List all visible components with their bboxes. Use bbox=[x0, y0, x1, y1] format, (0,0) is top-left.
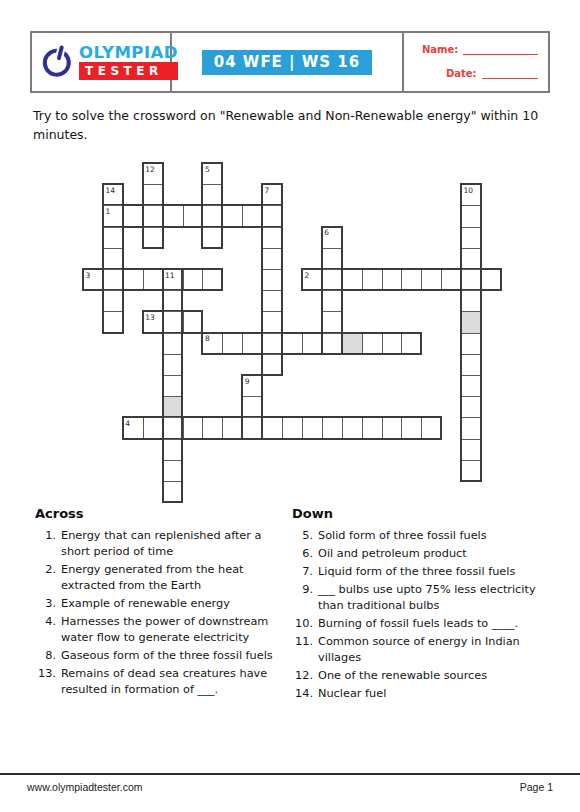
clue-number-11: 11 bbox=[165, 272, 175, 280]
cell-divider bbox=[203, 227, 221, 228]
down-clue-5: 5.Solid form of three fossil fuels bbox=[292, 528, 560, 544]
cell-divider bbox=[362, 334, 363, 353]
cell-divider bbox=[164, 290, 182, 291]
cell-divider bbox=[104, 205, 122, 206]
cell-divider bbox=[462, 396, 480, 397]
cell-divider bbox=[243, 417, 261, 418]
logo-text: OLYMPIAD TESTER bbox=[79, 44, 178, 80]
down-clue-7: 7.Liquid form of the three fossil fuels bbox=[292, 564, 560, 580]
cell-divider bbox=[462, 439, 480, 440]
cell-divider bbox=[144, 205, 162, 206]
header: OLYMPIAD TESTER 04 WFE | WS 16 Name: Dat… bbox=[30, 31, 550, 93]
clue-number-label: 14. bbox=[292, 686, 313, 702]
clue-number-label: 11. bbox=[292, 634, 313, 666]
cell-divider bbox=[263, 227, 281, 228]
cell-divider bbox=[462, 460, 480, 461]
clue-number-2: 2 bbox=[304, 272, 309, 280]
cell-divider bbox=[323, 311, 341, 312]
clue-text: Liquid form of the three fossil fuels bbox=[318, 564, 560, 580]
clue-text: Energy that can replenished after a shor… bbox=[61, 528, 289, 560]
clue-number-7: 7 bbox=[265, 187, 270, 195]
cell-divider bbox=[462, 311, 480, 312]
down-list: 5.Solid form of three fossil fuels6.Oil … bbox=[292, 528, 560, 702]
cell-divider bbox=[462, 205, 480, 206]
date-row: Date: bbox=[404, 68, 538, 79]
cell-divider bbox=[323, 248, 341, 249]
cell-divider bbox=[183, 206, 184, 225]
date-label: Date: bbox=[446, 68, 477, 79]
cell-divider bbox=[144, 184, 162, 185]
clue-text: Solid form of three fossil fuels bbox=[318, 528, 560, 544]
cell-divider bbox=[164, 333, 182, 334]
clue-number-label: 7. bbox=[292, 564, 313, 580]
clue-text: Oil and petroleum product bbox=[318, 546, 560, 562]
clue-number-3: 3 bbox=[86, 272, 91, 280]
clue-text: Example of renewable energy bbox=[61, 596, 289, 612]
word-8-across[interactable] bbox=[201, 332, 422, 355]
cell-divider bbox=[263, 269, 281, 270]
down-clue-11: 11.Common source of energy in Indian vil… bbox=[292, 634, 560, 666]
cell-divider bbox=[302, 418, 303, 437]
clue-number-10: 10 bbox=[464, 187, 474, 195]
crossword-grid[interactable]: 1234813567910111214 bbox=[83, 163, 503, 504]
cell-divider bbox=[462, 354, 480, 355]
cell-divider bbox=[263, 354, 281, 355]
across-clue-2: 2.Energy generated from the heat extract… bbox=[35, 562, 289, 594]
cell-divider bbox=[401, 418, 402, 437]
cell-divider bbox=[104, 290, 122, 291]
down-clues: Down 5.Solid form of three fossil fuels6… bbox=[292, 506, 560, 704]
cell-divider bbox=[263, 333, 281, 334]
badge-section: 04 WFE | WS 16 bbox=[172, 33, 402, 91]
clue-text: Harnesses the power of downstream water … bbox=[61, 614, 289, 646]
cell-divider bbox=[263, 311, 281, 312]
clue-number-12: 12 bbox=[145, 166, 155, 174]
cell-divider bbox=[243, 396, 261, 397]
clue-text: One of the renewable sources bbox=[318, 668, 560, 684]
cell-divider bbox=[323, 290, 341, 291]
clue-text: ___ bulbs use upto 75% less electricity … bbox=[318, 582, 560, 614]
cell-divider bbox=[421, 418, 422, 437]
across-clue-3: 3.Example of renewable energy bbox=[35, 596, 289, 612]
clue-number-8: 8 bbox=[205, 335, 210, 343]
cell-divider bbox=[104, 248, 122, 249]
down-title: Down bbox=[292, 506, 560, 521]
clue-number-6: 6 bbox=[324, 229, 329, 237]
cell-divider bbox=[263, 290, 281, 291]
clue-text: Nuclear fuel bbox=[318, 686, 560, 702]
cell-divider bbox=[164, 417, 182, 418]
cell-divider bbox=[104, 227, 122, 228]
logo-tester-text: TESTER bbox=[79, 62, 178, 80]
cell-divider bbox=[462, 290, 480, 291]
clue-number-label: 9. bbox=[292, 582, 313, 614]
cell-divider bbox=[164, 481, 182, 482]
clue-number-14: 14 bbox=[105, 187, 115, 195]
clue-number-4: 4 bbox=[125, 420, 130, 428]
clue-number-label: 8. bbox=[35, 648, 56, 664]
cell-divider bbox=[242, 334, 243, 353]
cell-divider bbox=[222, 418, 223, 437]
across-clue-13: 13.Remains of dead sea creatures have re… bbox=[35, 666, 289, 698]
cell-divider bbox=[104, 311, 122, 312]
cell-divider bbox=[164, 311, 182, 312]
cell-divider bbox=[202, 270, 203, 289]
clue-number-label: 12. bbox=[292, 668, 313, 684]
cell-divider bbox=[164, 375, 182, 376]
clue-number-label: 2. bbox=[35, 562, 56, 594]
word-7-down[interactable] bbox=[261, 183, 283, 376]
clue-text: Remains of dead sea creatures have resul… bbox=[61, 666, 289, 698]
footer-page-number: Page 1 bbox=[520, 781, 553, 793]
cell-divider bbox=[462, 248, 480, 249]
cell-divider bbox=[302, 334, 303, 353]
clue-number-label: 4. bbox=[35, 614, 56, 646]
date-input-line[interactable] bbox=[482, 70, 538, 79]
cell-divider bbox=[462, 417, 480, 418]
worksheet-page: OLYMPIAD TESTER 04 WFE | WS 16 Name: Dat… bbox=[0, 0, 580, 812]
cell-divider bbox=[203, 184, 221, 185]
clue-number-13: 13 bbox=[145, 314, 155, 322]
clue-number-label: 1. bbox=[35, 528, 56, 560]
cell-divider bbox=[222, 334, 223, 353]
clue-number-label: 3. bbox=[35, 596, 56, 612]
down-clue-14: 14.Nuclear fuel bbox=[292, 686, 560, 702]
cell-divider bbox=[263, 205, 281, 206]
cell-divider bbox=[462, 333, 480, 334]
cell-divider bbox=[143, 270, 144, 289]
clue-text: Burning of fossil fuels leads to ____. bbox=[318, 616, 560, 632]
cell-divider bbox=[401, 270, 402, 289]
cell-divider bbox=[401, 334, 402, 353]
logo-olympiad-text: OLYMPIAD bbox=[79, 44, 178, 61]
cell-divider bbox=[342, 418, 343, 437]
cell-divider bbox=[362, 270, 363, 289]
cell-divider bbox=[263, 248, 281, 249]
name-input-line[interactable] bbox=[463, 46, 538, 55]
worksheet-code-badge: 04 WFE | WS 16 bbox=[202, 50, 373, 75]
across-clue-1: 1.Energy that can replenished after a sh… bbox=[35, 528, 289, 560]
cell-divider bbox=[462, 375, 480, 376]
across-clues: Across 1.Energy that can replenished aft… bbox=[35, 506, 289, 700]
across-clue-4: 4.Harnesses the power of downstream wate… bbox=[35, 614, 289, 646]
clue-number-label: 10. bbox=[292, 616, 313, 632]
cell-divider bbox=[143, 418, 144, 437]
clue-number-label: 13. bbox=[35, 666, 56, 698]
cell-divider bbox=[382, 418, 383, 437]
clue-text: Common source of energy in Indian villag… bbox=[318, 634, 560, 666]
cell-divider bbox=[203, 205, 221, 206]
power-button-icon bbox=[37, 40, 79, 83]
cell-divider bbox=[322, 418, 323, 437]
cell-divider bbox=[202, 418, 203, 437]
down-clue-9: 9.___ bulbs use upto 75% less electricit… bbox=[292, 582, 560, 614]
cell-divider bbox=[144, 227, 162, 228]
cell-divider bbox=[104, 269, 122, 270]
cell-divider bbox=[323, 269, 341, 270]
clue-text: Gaseous form of the three fossil fuels bbox=[61, 648, 289, 664]
word-11-down[interactable] bbox=[162, 268, 184, 503]
cell-divider bbox=[164, 460, 182, 461]
clue-number-9: 9 bbox=[245, 378, 250, 386]
cell-divider bbox=[382, 334, 383, 353]
word-1-across[interactable] bbox=[102, 204, 283, 227]
cell-divider bbox=[421, 270, 422, 289]
cell-divider bbox=[441, 270, 442, 289]
cell-divider bbox=[462, 269, 480, 270]
name-row: Name: bbox=[404, 44, 538, 55]
name-label: Name: bbox=[422, 44, 458, 55]
clue-number-label: 5. bbox=[292, 528, 313, 544]
across-title: Across bbox=[35, 506, 289, 521]
down-clue-6: 6.Oil and petroleum product bbox=[292, 546, 560, 562]
cell-divider bbox=[323, 333, 341, 334]
clue-number-label: 6. bbox=[292, 546, 313, 562]
footer-divider bbox=[0, 773, 580, 775]
cell-divider bbox=[462, 227, 480, 228]
cell-divider bbox=[164, 439, 182, 440]
down-clue-10: 10.Burning of fossil fuels leads to ____… bbox=[292, 616, 560, 632]
cell-divider bbox=[242, 206, 243, 225]
clue-text: Energy generated from the heat extracted… bbox=[61, 562, 289, 594]
across-list: 1.Energy that can replenished after a sh… bbox=[35, 528, 289, 698]
cell-divider bbox=[382, 270, 383, 289]
cell-divider bbox=[164, 354, 182, 355]
instruction-text: Try to solve the crossword on "Renewable… bbox=[33, 107, 557, 145]
across-clue-8: 8.Gaseous form of the three fossil fuels bbox=[35, 648, 289, 664]
logo: OLYMPIAD TESTER bbox=[32, 33, 172, 91]
cell-divider bbox=[362, 418, 363, 437]
footer-website: www.olympiadtester.com bbox=[27, 781, 143, 793]
name-date-section: Name: Date: bbox=[402, 33, 548, 91]
cell-divider bbox=[282, 418, 283, 437]
down-clue-12: 12.One of the renewable sources bbox=[292, 668, 560, 684]
clue-number-5: 5 bbox=[205, 166, 210, 174]
cell-divider bbox=[164, 396, 182, 397]
